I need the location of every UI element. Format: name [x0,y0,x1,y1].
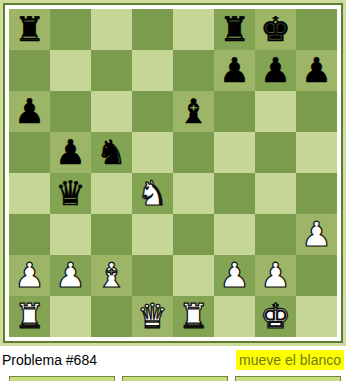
square-b6[interactable] [50,91,91,132]
square-g4[interactable] [255,173,296,214]
square-f2[interactable]: ♟ [214,255,255,296]
black-pawn[interactable]: ♟ [296,50,337,91]
square-g6[interactable] [255,91,296,132]
square-d4[interactable]: ♞ [132,173,173,214]
square-a3[interactable] [9,214,50,255]
square-a7[interactable] [9,50,50,91]
square-b1[interactable] [50,296,91,337]
square-e1[interactable]: ♜ [173,296,214,337]
square-e7[interactable] [173,50,214,91]
square-a8[interactable]: ♜ [9,9,50,50]
board-border-line: ♜♜♚♟♟♟♟♝♟♞♛♞♟♟♟♝♟♟♜♛♜♚ [3,3,343,343]
square-e5[interactable] [173,132,214,173]
square-g2[interactable]: ♟ [255,255,296,296]
square-c1[interactable] [91,296,132,337]
black-pawn[interactable]: ♟ [50,132,91,173]
black-rook[interactable]: ♜ [214,9,255,50]
side-to-move-badge: mueve el blanco [236,350,344,370]
square-c5[interactable]: ♞ [91,132,132,173]
square-d2[interactable] [132,255,173,296]
white-rook[interactable]: ♜ [173,296,214,337]
square-f7[interactable]: ♟ [214,50,255,91]
square-a6[interactable]: ♟ [9,91,50,132]
square-d1[interactable]: ♛ [132,296,173,337]
white-pawn[interactable]: ♟ [296,214,337,255]
square-h4[interactable] [296,173,337,214]
bottom-button-row [0,376,349,381]
white-pawn[interactable]: ♟ [9,255,50,296]
square-c4[interactable] [91,173,132,214]
square-g8[interactable]: ♚ [255,9,296,50]
white-bishop[interactable]: ♝ [91,255,132,296]
white-pawn[interactable]: ♟ [255,255,296,296]
square-c2[interactable]: ♝ [91,255,132,296]
square-c3[interactable] [91,214,132,255]
chess-board-frame: ♜♜♚♟♟♟♟♝♟♞♛♞♟♟♟♝♟♟♜♛♜♚ [0,0,346,346]
board-inner-frame: ♜♜♚♟♟♟♟♝♟♞♛♞♟♟♟♝♟♟♜♛♜♚ [5,5,341,341]
square-b5[interactable]: ♟ [50,132,91,173]
white-pawn[interactable]: ♟ [50,255,91,296]
square-h7[interactable]: ♟ [296,50,337,91]
square-b7[interactable] [50,50,91,91]
square-h1[interactable] [296,296,337,337]
black-queen[interactable]: ♛ [50,173,91,214]
square-f1[interactable] [214,296,255,337]
square-f5[interactable] [214,132,255,173]
chess-board: ♜♜♚♟♟♟♟♝♟♞♛♞♟♟♟♝♟♟♜♛♜♚ [9,9,337,337]
square-e4[interactable] [173,173,214,214]
white-pawn[interactable]: ♟ [214,255,255,296]
square-e2[interactable] [173,255,214,296]
bottom-button-2[interactable] [122,376,228,381]
square-d3[interactable] [132,214,173,255]
square-e8[interactable] [173,9,214,50]
black-pawn[interactable]: ♟ [214,50,255,91]
square-a4[interactable] [9,173,50,214]
black-pawn[interactable]: ♟ [255,50,296,91]
bottom-button-3[interactable] [235,376,341,381]
square-c6[interactable] [91,91,132,132]
square-d8[interactable] [132,9,173,50]
square-b2[interactable]: ♟ [50,255,91,296]
square-f4[interactable] [214,173,255,214]
square-a2[interactable]: ♟ [9,255,50,296]
white-king[interactable]: ♚ [255,296,296,337]
square-h6[interactable] [296,91,337,132]
square-e6[interactable]: ♝ [173,91,214,132]
square-f6[interactable] [214,91,255,132]
square-g3[interactable] [255,214,296,255]
black-rook[interactable]: ♜ [9,9,50,50]
square-b4[interactable]: ♛ [50,173,91,214]
square-h8[interactable] [296,9,337,50]
square-d6[interactable] [132,91,173,132]
square-d7[interactable] [132,50,173,91]
white-queen[interactable]: ♛ [132,296,173,337]
square-d5[interactable] [132,132,173,173]
square-h5[interactable] [296,132,337,173]
status-bar: Problema #684 mueve el blanco [0,348,349,370]
white-rook[interactable]: ♜ [9,296,50,337]
square-g5[interactable] [255,132,296,173]
square-a5[interactable] [9,132,50,173]
square-c7[interactable] [91,50,132,91]
square-a1[interactable]: ♜ [9,296,50,337]
square-b8[interactable] [50,9,91,50]
square-f3[interactable] [214,214,255,255]
square-b3[interactable] [50,214,91,255]
square-h2[interactable] [296,255,337,296]
problem-number-label: Problema #684 [2,350,97,370]
square-f8[interactable]: ♜ [214,9,255,50]
square-g7[interactable]: ♟ [255,50,296,91]
black-bishop[interactable]: ♝ [173,91,214,132]
black-pawn[interactable]: ♟ [9,91,50,132]
square-g1[interactable]: ♚ [255,296,296,337]
white-knight[interactable]: ♞ [132,173,173,214]
square-c8[interactable] [91,9,132,50]
square-e3[interactable] [173,214,214,255]
black-knight[interactable]: ♞ [91,132,132,173]
black-king[interactable]: ♚ [255,9,296,50]
bottom-button-1[interactable] [9,376,115,381]
square-h3[interactable]: ♟ [296,214,337,255]
